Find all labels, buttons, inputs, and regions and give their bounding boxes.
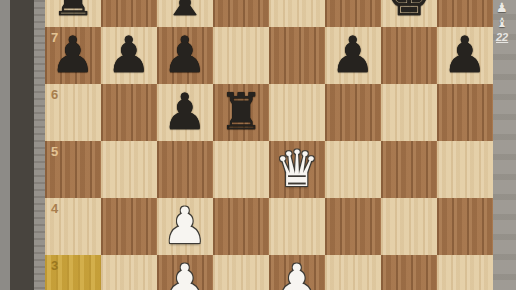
left-background-strip-outer [0,0,10,290]
square-d4[interactable] [213,198,269,255]
square-c3[interactable]: ♟ [157,255,213,290]
black-pawn-h7[interactable]: ♟ [443,27,488,84]
square-e5[interactable]: ♛ [269,141,325,198]
square-a5[interactable]: 5 [45,141,101,198]
square-f6[interactable] [325,84,381,141]
square-d6[interactable]: ♜ [213,84,269,141]
chess-board: 8♜♝♚7♟♟♟♟♟6♟♜5♛4♟3♟♟21 [45,0,493,290]
square-g7[interactable] [381,27,437,84]
square-b8[interactable] [101,0,157,27]
rank-label-4: 4 [51,201,58,216]
square-f4[interactable] [325,198,381,255]
square-b6[interactable] [101,84,157,141]
square-a7[interactable]: 7♟ [45,27,101,84]
captured-counter: 22 [496,30,508,45]
square-d3[interactable] [213,255,269,290]
square-g6[interactable] [381,84,437,141]
square-a3[interactable]: 3 [45,255,101,290]
right-background-strip: ♟♝22 [493,0,516,290]
left-background-strip-dark [10,0,34,290]
captured-white-pawn-icon: ♟ [496,0,508,15]
square-c7[interactable]: ♟ [157,27,213,84]
white-pawn-c4[interactable]: ♟ [163,198,208,255]
square-f3[interactable] [325,255,381,290]
square-c4[interactable]: ♟ [157,198,213,255]
rank-label-7: 7 [51,30,58,45]
square-e7[interactable] [269,27,325,84]
square-g5[interactable] [381,141,437,198]
square-f7[interactable]: ♟ [325,27,381,84]
white-queen-e5[interactable]: ♛ [275,141,320,198]
square-e4[interactable] [269,198,325,255]
captured-pieces-tray: ♟♝22 [493,0,516,45]
square-c5[interactable] [157,141,213,198]
square-h6[interactable] [437,84,493,141]
black-pawn-f7[interactable]: ♟ [331,27,376,84]
square-h7[interactable]: ♟ [437,27,493,84]
black-rook-d6[interactable]: ♜ [219,84,264,141]
square-a4[interactable]: 4 [45,198,101,255]
square-h3[interactable] [437,255,493,290]
square-a8[interactable]: 8♜ [45,0,101,27]
black-rook-a8[interactable]: ♜ [51,0,96,27]
square-g4[interactable] [381,198,437,255]
square-f5[interactable] [325,141,381,198]
chess-app-screenshot: 8♜♝♚7♟♟♟♟♟6♟♜5♛4♟3♟♟21 ♟♝22 [0,0,516,290]
square-e6[interactable] [269,84,325,141]
square-g3[interactable] [381,255,437,290]
black-bishop-c8[interactable]: ♝ [163,0,208,27]
square-f8[interactable] [325,0,381,27]
square-d5[interactable] [213,141,269,198]
square-h8[interactable] [437,0,493,27]
black-pawn-c6[interactable]: ♟ [163,84,208,141]
rank-label-6: 6 [51,87,58,102]
square-g8[interactable]: ♚ [381,0,437,27]
black-pawn-c7[interactable]: ♟ [163,27,208,84]
square-e8[interactable] [269,0,325,27]
left-background-strip-texture [34,0,45,290]
square-b4[interactable] [101,198,157,255]
rank-label-5: 5 [51,144,58,159]
square-e3[interactable]: ♟ [269,255,325,290]
square-c8[interactable]: ♝ [157,0,213,27]
black-king-g8[interactable]: ♚ [387,0,432,27]
square-b5[interactable] [101,141,157,198]
rank-label-3: 3 [51,258,58,273]
square-d7[interactable] [213,27,269,84]
square-a6[interactable]: 6 [45,84,101,141]
black-pawn-b7[interactable]: ♟ [107,27,152,84]
square-d8[interactable] [213,0,269,27]
white-pawn-c3[interactable]: ♟ [163,255,208,290]
square-c6[interactable]: ♟ [157,84,213,141]
square-b3[interactable] [101,255,157,290]
white-pawn-e3[interactable]: ♟ [275,255,320,290]
square-h4[interactable] [437,198,493,255]
captured-white-bishop-icon: ♝ [496,15,508,30]
square-b7[interactable]: ♟ [101,27,157,84]
square-h5[interactable] [437,141,493,198]
